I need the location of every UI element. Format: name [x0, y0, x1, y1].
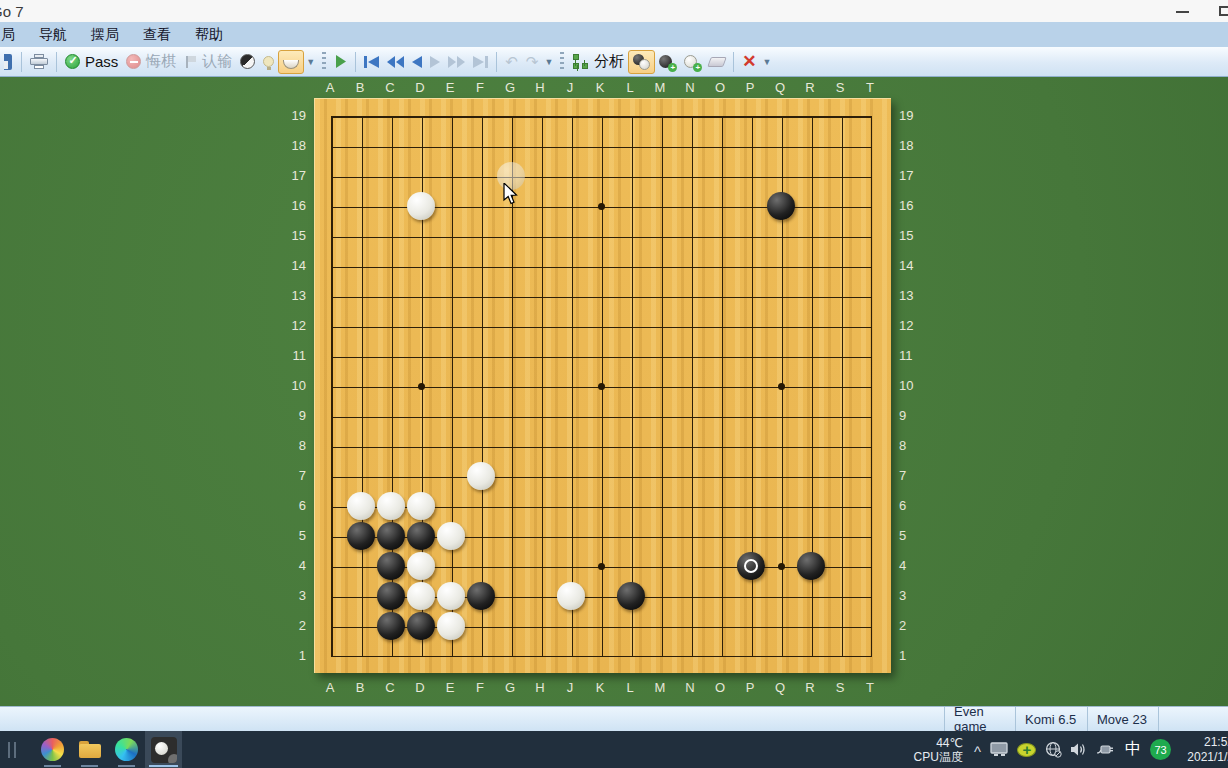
- star-point: [778, 563, 785, 570]
- row-label: 15: [899, 220, 925, 250]
- row-label: 5: [280, 520, 306, 550]
- toolbar-grip: [560, 52, 564, 72]
- row-label: 6: [280, 490, 306, 520]
- undo-icon: [126, 54, 141, 69]
- row-labels-left: 19181716151413121110987654321: [280, 100, 306, 670]
- row-label: 19: [280, 100, 306, 130]
- toolbar-grip: [322, 52, 326, 72]
- hidden-icons-chevron[interactable]: ^: [974, 743, 981, 760]
- speaker-icon[interactable]: [1071, 742, 1088, 757]
- col-label: A: [315, 80, 345, 96]
- star-point: [598, 383, 605, 390]
- black-stone-F3: ●: [467, 582, 495, 610]
- row-label: 4: [899, 550, 925, 580]
- first-move-icon: [364, 56, 379, 68]
- undo-move-button[interactable]: 悔棋: [122, 50, 180, 74]
- menu-bar: 局导航摆局查看帮助: [0, 22, 1228, 47]
- white-stone-E3: ○: [437, 582, 465, 610]
- col-label: M: [645, 680, 675, 696]
- col-label: Q: [765, 680, 795, 696]
- hint-button[interactable]: [259, 50, 278, 74]
- row-label: 16: [899, 190, 925, 220]
- minimize-button[interactable]: [1168, 0, 1198, 22]
- cpu-temp-label: CPU温度: [914, 750, 963, 764]
- taskbar-edge-button[interactable]: [108, 731, 145, 768]
- cpu-temp-widget[interactable]: 44℃ CPU温度: [914, 736, 963, 764]
- col-label: B: [345, 680, 375, 696]
- white-stone-C6: ○: [377, 492, 405, 520]
- save-icon: [4, 54, 13, 70]
- bowl-toggle-button[interactable]: [278, 50, 304, 74]
- erase-stone-button[interactable]: [705, 50, 729, 74]
- white-stone-B6: ○: [347, 492, 375, 520]
- row-label: 1: [280, 640, 306, 670]
- row-label: 16: [280, 190, 306, 220]
- monitor-icon[interactable]: [990, 742, 1008, 757]
- white-stone-D16: ○: [407, 192, 435, 220]
- white-stone-D6: ○: [407, 492, 435, 520]
- print-icon: [30, 54, 48, 69]
- col-label: S: [825, 80, 855, 96]
- folder-icon: [79, 741, 101, 758]
- last-move-button[interactable]: [469, 50, 492, 74]
- delete-button[interactable]: ✕: [738, 50, 760, 74]
- row-label: 4: [280, 550, 306, 580]
- col-label: A: [315, 680, 345, 696]
- row-label: 3: [280, 580, 306, 610]
- color-wheel-browser-icon: [41, 738, 64, 761]
- row-label: 14: [280, 250, 306, 280]
- play-icon: [335, 55, 347, 68]
- print-button[interactable]: [26, 50, 52, 74]
- col-label: D: [405, 680, 435, 696]
- col-label: G: [495, 80, 525, 96]
- lightbulb-icon: [263, 56, 274, 67]
- col-label: G: [495, 680, 525, 696]
- col-label: F: [465, 80, 495, 96]
- resign-button[interactable]: 认输: [180, 50, 236, 74]
- black-stone-C4: ●: [377, 552, 405, 580]
- pass-button[interactable]: Pass: [61, 50, 122, 74]
- row-label: 19: [899, 100, 925, 130]
- row-label: 12: [899, 310, 925, 340]
- col-label: C: [375, 80, 405, 96]
- black-stone-L3: ●: [617, 582, 645, 610]
- row-label: 17: [280, 160, 306, 190]
- row-label: 10: [899, 370, 925, 400]
- col-label: N: [675, 680, 705, 696]
- go-app-icon: [151, 737, 177, 763]
- red-x-icon: ✕: [742, 53, 756, 70]
- back-10-icon: [387, 56, 404, 68]
- row-label: 1: [899, 640, 925, 670]
- black-stone-D2: ●: [407, 612, 435, 640]
- play-button[interactable]: [331, 50, 351, 74]
- row-label: 11: [899, 340, 925, 370]
- menu-item-4[interactable]: 帮助: [183, 26, 235, 44]
- row-label: 18: [899, 130, 925, 160]
- forward-icon: [430, 56, 440, 68]
- estimate-button[interactable]: [236, 50, 259, 74]
- col-label: L: [615, 80, 645, 96]
- mouse-cursor: [503, 183, 519, 205]
- taskbar-clock[interactable]: 21:52 2021/1/2: [1180, 735, 1228, 765]
- col-label: O: [705, 80, 735, 96]
- add-white-stone-button[interactable]: +: [680, 50, 705, 74]
- green-status-badge[interactable]: 73: [1150, 739, 1171, 760]
- col-label: N: [675, 80, 705, 96]
- clock-time: 21:52: [1180, 735, 1228, 750]
- star-point: [778, 383, 785, 390]
- col-label: K: [585, 80, 615, 96]
- row-label: 18: [280, 130, 306, 160]
- col-label: H: [525, 680, 555, 696]
- resign-label: 认输: [202, 52, 232, 71]
- black-stone-B5: ●: [347, 522, 375, 550]
- status-game-type: Even game: [944, 707, 1015, 731]
- black-stone-R4: ●: [797, 552, 825, 580]
- row-label: 8: [899, 430, 925, 460]
- add-white-stone-icon: +: [684, 54, 701, 70]
- undo-tree-button[interactable]: ↶: [501, 50, 522, 74]
- status-bar: Even game Komi 6.5 Move 23: [0, 706, 1228, 731]
- col-label: J: [555, 680, 585, 696]
- forward-button[interactable]: [426, 50, 444, 74]
- row-label: 5: [899, 520, 925, 550]
- black-stone-D5: ●: [407, 522, 435, 550]
- back-icon: [412, 56, 422, 68]
- col-label: T: [855, 80, 885, 96]
- forward-10-button[interactable]: [444, 50, 469, 74]
- black-stone-C2: ●: [377, 612, 405, 640]
- col-label: P: [735, 680, 765, 696]
- curve-left-icon: ↶: [505, 53, 518, 71]
- row-label: 12: [280, 310, 306, 340]
- taskbar-browser-button[interactable]: [34, 731, 71, 768]
- row-label: 9: [280, 400, 306, 430]
- add-black-stone-button[interactable]: +: [655, 50, 680, 74]
- star-point: [418, 383, 425, 390]
- dropdown-arrow-icon[interactable]: ▼: [544, 57, 553, 67]
- row-label: 14: [899, 250, 925, 280]
- white-stone-J3: ○: [557, 582, 585, 610]
- go-application-window: Go 7 局导航摆局查看帮助 Pass 悔棋 认输 ▼: [0, 0, 1228, 768]
- board-area: ABCDEFGHJKLMNOPQRST ABCDEFGHJKLMNOPQRST …: [0, 77, 1228, 706]
- taskbar-edge-marks: [6, 740, 26, 760]
- yin-yang-stone-icon: [240, 54, 255, 69]
- alternate-stones-toggle[interactable]: [628, 50, 655, 74]
- title-bar: Go 7: [0, 0, 1228, 22]
- eraser-icon: [708, 57, 728, 67]
- black-stone-C5: ●: [377, 522, 405, 550]
- col-label: E: [435, 680, 465, 696]
- white-stone-F7: ○: [467, 462, 495, 490]
- analysis-tree-icon: [573, 54, 589, 69]
- white-stone-D3: ○: [407, 582, 435, 610]
- black-stone-Q16: ●: [767, 192, 795, 220]
- undo-label: 悔棋: [146, 52, 176, 71]
- redo-tree-button[interactable]: ↷: [522, 50, 543, 74]
- dropdown-arrow-icon[interactable]: ▼: [763, 57, 772, 67]
- row-label: 10: [280, 370, 306, 400]
- window-title: Go 7: [0, 3, 24, 20]
- toolbar: Pass 悔棋 认输 ▼: [0, 47, 1228, 77]
- cpu-temp-value: 44℃: [914, 736, 963, 750]
- back-10-button[interactable]: [383, 50, 408, 74]
- pass-icon: [65, 54, 80, 69]
- col-label: Q: [765, 80, 795, 96]
- col-label: L: [615, 680, 645, 696]
- menu-item-3[interactable]: 查看: [131, 26, 183, 44]
- column-labels-top: ABCDEFGHJKLMNOPQRST: [315, 80, 885, 96]
- white-stone-E5: ○: [437, 522, 465, 550]
- row-label: 15: [280, 220, 306, 250]
- dropdown-arrow-icon[interactable]: ▼: [306, 57, 315, 67]
- row-label: 13: [899, 280, 925, 310]
- row-label: 7: [899, 460, 925, 490]
- col-label: C: [375, 680, 405, 696]
- goban[interactable]: ●●●●●●●●●●●●○○○○○○○○○○○○: [314, 98, 891, 673]
- col-label: P: [735, 80, 765, 96]
- green-plus-app-icon[interactable]: [1017, 743, 1036, 757]
- taskbar-file-explorer-button[interactable]: [71, 731, 108, 768]
- black-stone-C3: ●: [377, 582, 405, 610]
- restore-button[interactable]: [1219, 6, 1228, 16]
- board-grid[interactable]: ●●●●●●●●●●●●○○○○○○○○○○○○: [316, 101, 886, 671]
- column-labels-bottom: ABCDEFGHJKLMNOPQRST: [315, 680, 885, 696]
- col-label: E: [435, 80, 465, 96]
- black-stone-P4: ●: [737, 552, 765, 580]
- white-stone-E2: ○: [437, 612, 465, 640]
- curve-right-icon: ↷: [526, 53, 539, 71]
- col-label: D: [405, 80, 435, 96]
- col-label: B: [345, 80, 375, 96]
- col-label: J: [555, 80, 585, 96]
- clock-date: 2021/1/2: [1180, 750, 1228, 765]
- first-move-button[interactable]: [360, 50, 383, 74]
- edge-browser-icon: [115, 738, 138, 761]
- col-label: F: [465, 680, 495, 696]
- save-button[interactable]: [0, 50, 17, 74]
- analyze-button[interactable]: 分析: [569, 50, 628, 74]
- col-label: M: [645, 80, 675, 96]
- row-label: 17: [899, 160, 925, 190]
- star-point: [598, 203, 605, 210]
- row-labels-right: 19181716151413121110987654321: [899, 100, 925, 670]
- last-move-icon: [473, 56, 488, 68]
- menu-item-0[interactable]: 局: [0, 26, 27, 44]
- col-label: R: [795, 680, 825, 696]
- status-empty-cell: [1158, 707, 1228, 731]
- taskbar-go-app-button[interactable]: [145, 731, 182, 768]
- row-label: 2: [280, 610, 306, 640]
- row-label: 13: [280, 280, 306, 310]
- status-move-number: Move 23: [1087, 707, 1158, 731]
- col-label: K: [585, 680, 615, 696]
- col-label: T: [855, 680, 885, 696]
- col-label: O: [705, 680, 735, 696]
- star-point: [598, 563, 605, 570]
- network-globe-icon[interactable]: [1045, 741, 1062, 758]
- menu-item-2[interactable]: 摆局: [79, 26, 131, 44]
- row-label: 7: [280, 460, 306, 490]
- forward-10-icon: [448, 56, 465, 68]
- analyze-label: 分析: [594, 52, 624, 71]
- power-plug-icon[interactable]: [1097, 743, 1116, 756]
- black-white-stones-icon: [633, 54, 650, 70]
- white-stone-D4: ○: [407, 552, 435, 580]
- stone-bowl-icon: [283, 60, 299, 69]
- last-move-marker: [744, 559, 758, 573]
- row-label: 6: [899, 490, 925, 520]
- resign-icon: [184, 55, 197, 69]
- status-komi: Komi 6.5: [1015, 707, 1087, 731]
- ime-indicator[interactable]: 中: [1125, 739, 1141, 760]
- row-label: 3: [899, 580, 925, 610]
- row-label: 8: [280, 430, 306, 460]
- col-label: R: [795, 80, 825, 96]
- add-black-stone-icon: +: [659, 54, 676, 70]
- back-button[interactable]: [408, 50, 426, 74]
- col-label: S: [825, 680, 855, 696]
- row-label: 11: [280, 340, 306, 370]
- col-label: H: [525, 80, 555, 96]
- row-label: 2: [899, 610, 925, 640]
- menu-item-1[interactable]: 导航: [27, 26, 79, 44]
- system-tray: 44℃ CPU温度 ^ 中 73 21:52 2021/1/2: [914, 731, 1228, 768]
- row-label: 9: [899, 400, 925, 430]
- pass-label: Pass: [85, 53, 118, 70]
